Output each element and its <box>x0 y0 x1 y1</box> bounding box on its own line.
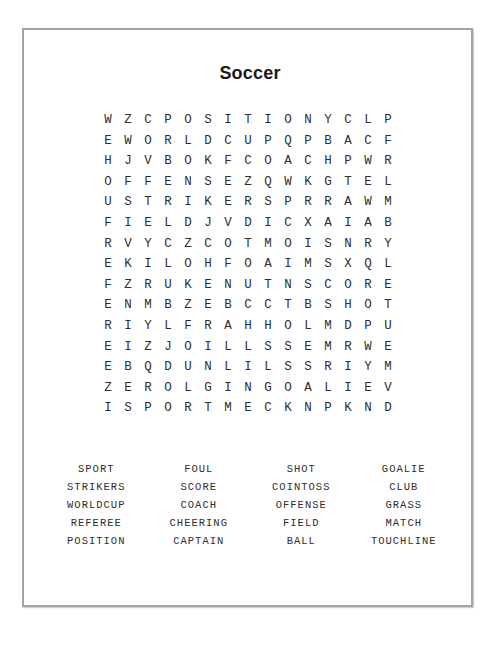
word-list-item: FIELD <box>250 514 353 532</box>
grid-cell: V <box>378 378 398 399</box>
grid-cell: W <box>98 110 118 131</box>
grid-cell: N <box>278 275 298 296</box>
grid-cell: A <box>338 131 358 152</box>
grid-cell: O <box>138 131 158 152</box>
grid-cell: Q <box>358 254 378 275</box>
grid-cell: K <box>198 151 218 172</box>
grid-cell: L <box>238 337 258 358</box>
grid-cell: P <box>378 110 398 131</box>
grid-cell: I <box>138 254 158 275</box>
grid-cell: D <box>198 131 218 152</box>
grid-cell: E <box>98 357 118 378</box>
grid-cell: C <box>278 213 298 234</box>
grid-cell: E <box>98 295 118 316</box>
grid-cell: I <box>178 192 198 213</box>
grid-cell: U <box>178 357 198 378</box>
grid-cell: O <box>178 151 198 172</box>
grid-cell: E <box>378 337 398 358</box>
word-list-item: SPORT <box>45 460 148 478</box>
grid-cell: W <box>118 131 138 152</box>
grid-cell: U <box>238 275 258 296</box>
grid-cell: Y <box>138 234 158 255</box>
grid-cell: B <box>118 357 138 378</box>
word-list-item: GRASS <box>353 496 456 514</box>
grid-cell: I <box>98 398 118 419</box>
grid-cell: K <box>198 192 218 213</box>
grid-cell: Z <box>238 172 258 193</box>
grid-cell: F <box>98 213 118 234</box>
grid-cell: H <box>238 316 258 337</box>
grid-cell: M <box>138 295 158 316</box>
grid-cell: A <box>318 213 338 234</box>
grid-cell: E <box>98 337 118 358</box>
word-list-item: REFEREE <box>45 514 148 532</box>
grid-cell: X <box>338 254 358 275</box>
grid-cell: D <box>178 213 198 234</box>
grid-cell: A <box>358 213 378 234</box>
grid-cell: M <box>318 337 338 358</box>
grid-cell: W <box>358 192 378 213</box>
grid-cell: M <box>218 398 238 419</box>
grid-cell: G <box>198 378 218 399</box>
word-list-item: POSITION <box>45 532 148 550</box>
word-list-item: OFFENSE <box>250 496 353 514</box>
grid-cell: R <box>98 234 118 255</box>
grid-cell: M <box>378 192 398 213</box>
grid-cell: O <box>278 110 298 131</box>
grid-cell: B <box>298 295 318 316</box>
grid-cell: K <box>178 275 198 296</box>
grid-cell: I <box>338 357 358 378</box>
word-list-item: COINTOSS <box>250 478 353 496</box>
grid-cell: S <box>298 275 318 296</box>
grid-cell: Q <box>138 357 158 378</box>
grid-cell: I <box>198 337 218 358</box>
grid-cell: P <box>338 151 358 172</box>
grid-cell: G <box>258 378 278 399</box>
grid-cell: S <box>318 295 338 316</box>
grid-cell: H <box>198 254 218 275</box>
grid-cell: M <box>298 254 318 275</box>
grid-cell: Z <box>178 295 198 316</box>
grid-cell: W <box>358 337 378 358</box>
grid-cell: O <box>338 275 358 296</box>
grid-cell: P <box>158 110 178 131</box>
grid-cell: S <box>258 337 278 358</box>
grid-cell: C <box>298 151 318 172</box>
grid-cell: O <box>158 398 178 419</box>
grid-cell: N <box>238 378 258 399</box>
grid-cell: S <box>118 192 138 213</box>
grid-cell: Y <box>318 110 338 131</box>
grid-cell: A <box>258 254 278 275</box>
grid-cell: O <box>238 254 258 275</box>
grid-cell: J <box>198 213 218 234</box>
grid-cell: C <box>198 234 218 255</box>
grid-cell: I <box>238 357 258 378</box>
grid-cell: R <box>138 378 158 399</box>
grid-cell: N <box>338 234 358 255</box>
grid-cell: T <box>198 398 218 419</box>
grid-cell: L <box>218 357 238 378</box>
grid-cell: Q <box>278 131 298 152</box>
grid-cell: M <box>318 316 338 337</box>
word-list-item: SHOT <box>250 460 353 478</box>
grid-cell: P <box>138 398 158 419</box>
grid-cell: X <box>298 213 318 234</box>
word-list-item: CLUB <box>353 478 456 496</box>
grid-cell: E <box>238 398 258 419</box>
grid-cell: N <box>118 295 138 316</box>
word-list-item: FOUL <box>148 460 251 478</box>
grid-cell: L <box>318 378 338 399</box>
word-list-item: WORLDCUP <box>45 496 148 514</box>
grid-cell: R <box>318 192 338 213</box>
grid-cell: E <box>358 172 378 193</box>
grid-cell: P <box>278 192 298 213</box>
grid-cell: U <box>378 316 398 337</box>
grid-cell: I <box>218 110 238 131</box>
grid-cell: F <box>218 151 238 172</box>
grid-cell: Q <box>258 172 278 193</box>
grid-cell: C <box>238 151 258 172</box>
grid-cell: S <box>118 398 138 419</box>
grid-cell: T <box>278 295 298 316</box>
word-list-item: SCORE <box>148 478 251 496</box>
grid-cell: I <box>258 110 278 131</box>
grid-cell: R <box>358 234 378 255</box>
grid-cell: B <box>218 295 238 316</box>
grid-cell: H <box>98 151 118 172</box>
grid-cell: W <box>358 151 378 172</box>
grid-cell: F <box>378 131 398 152</box>
grid-cell: I <box>298 234 318 255</box>
grid-cell: L <box>178 378 198 399</box>
grid-cell: N <box>298 398 318 419</box>
grid-cell: N <box>198 357 218 378</box>
grid-cell: F <box>98 275 118 296</box>
word-list: SPORTFOULSHOTGOALIESTRIKERSSCORECOINTOSS… <box>45 460 455 550</box>
grid-cell: L <box>178 131 198 152</box>
grid-cell: K <box>298 172 318 193</box>
grid-cell: P <box>318 398 338 419</box>
grid-cell: M <box>378 357 398 378</box>
grid-cell: U <box>158 275 178 296</box>
grid-cell: Y <box>358 357 378 378</box>
grid-cell: E <box>98 131 118 152</box>
grid-cell: B <box>158 151 178 172</box>
grid-cell: O <box>278 316 298 337</box>
grid-cell: O <box>178 254 198 275</box>
grid-cell: S <box>258 192 278 213</box>
grid-cell: C <box>318 275 338 296</box>
grid-cell: Y <box>378 234 398 255</box>
grid-cell: O <box>158 378 178 399</box>
grid-cell: Z <box>118 275 138 296</box>
grid-cell: H <box>318 151 338 172</box>
grid-cell: E <box>158 172 178 193</box>
grid-cell: P <box>298 131 318 152</box>
grid-cell: E <box>198 275 218 296</box>
grid-cell: E <box>98 254 118 275</box>
grid-cell: D <box>378 398 398 419</box>
grid-cell: K <box>118 254 138 275</box>
grid-cell: M <box>258 234 278 255</box>
grid-cell: Z <box>98 378 118 399</box>
grid-cell: T <box>238 110 258 131</box>
grid-cell: E <box>138 213 158 234</box>
grid-cell: L <box>378 172 398 193</box>
grid-cell: S <box>318 254 338 275</box>
puzzle-title: Soccer <box>0 63 500 84</box>
grid-cell: A <box>218 316 238 337</box>
grid-cell: A <box>278 151 298 172</box>
grid-cell: O <box>258 151 278 172</box>
grid-cell: B <box>378 213 398 234</box>
grid-cell: K <box>278 398 298 419</box>
word-list-item: COACH <box>148 496 251 514</box>
grid-cell: R <box>158 131 178 152</box>
grid-cell: D <box>338 316 358 337</box>
grid-cell: E <box>118 378 138 399</box>
grid-cell: I <box>278 254 298 275</box>
grid-cell: O <box>178 110 198 131</box>
grid-cell: T <box>338 172 358 193</box>
grid-cell: L <box>378 254 398 275</box>
grid-cell: E <box>218 192 238 213</box>
grid-cell: N <box>178 172 198 193</box>
grid-cell: P <box>258 131 278 152</box>
grid-cell: S <box>278 357 298 378</box>
grid-cell: V <box>138 151 158 172</box>
grid-cell: R <box>358 275 378 296</box>
grid-cell: C <box>138 110 158 131</box>
grid-cell: R <box>338 337 358 358</box>
grid-cell: O <box>278 234 298 255</box>
grid-cell: T <box>138 192 158 213</box>
grid-cell: L <box>158 213 178 234</box>
grid-cell: O <box>178 337 198 358</box>
grid-cell: R <box>298 192 318 213</box>
grid-cell: T <box>238 234 258 255</box>
grid-cell: R <box>138 275 158 296</box>
grid-cell: C <box>358 131 378 152</box>
grid-cell: T <box>258 275 278 296</box>
grid-cell: C <box>218 131 238 152</box>
grid-cell: Z <box>138 337 158 358</box>
grid-cell: U <box>98 192 118 213</box>
grid-cell: I <box>118 316 138 337</box>
grid-cell: E <box>198 295 218 316</box>
grid-cell: D <box>238 213 258 234</box>
word-list-item: BALL <box>250 532 353 550</box>
grid-cell: S <box>318 234 338 255</box>
grid-cell: F <box>218 254 238 275</box>
grid-cell: N <box>218 275 238 296</box>
grid-cell: O <box>98 172 118 193</box>
grid-cell: U <box>238 131 258 152</box>
grid-cell: I <box>218 378 238 399</box>
grid-cell: L <box>218 337 238 358</box>
grid-cell: L <box>258 357 278 378</box>
word-list-item: GOALIE <box>353 460 456 478</box>
grid-cell: R <box>158 192 178 213</box>
grid-cell: H <box>338 295 358 316</box>
grid-cell: R <box>198 316 218 337</box>
grid-cell: S <box>198 110 218 131</box>
grid-cell: V <box>218 213 238 234</box>
grid-cell: E <box>218 172 238 193</box>
grid-cell: J <box>158 337 178 358</box>
grid-cell: V <box>118 234 138 255</box>
grid-cell: E <box>298 337 318 358</box>
word-list-item: STRIKERS <box>45 478 148 496</box>
grid-cell: L <box>358 110 378 131</box>
grid-cell: I <box>338 213 358 234</box>
grid-cell: E <box>378 275 398 296</box>
grid-cell: C <box>158 234 178 255</box>
grid-cell: O <box>278 378 298 399</box>
grid-cell: D <box>158 357 178 378</box>
grid-cell: O <box>358 295 378 316</box>
grid-cell: W <box>278 172 298 193</box>
grid-cell: B <box>318 131 338 152</box>
grid-cell: A <box>298 378 318 399</box>
grid-cell: R <box>378 151 398 172</box>
grid-cell: B <box>158 295 178 316</box>
grid-cell: C <box>238 295 258 316</box>
grid-cell: C <box>258 295 278 316</box>
wordsearch-grid: WZCPOSITIONYCLPEWORLDCUPQPBACFHJVBOKFCOA… <box>98 110 398 419</box>
grid-cell: Y <box>138 316 158 337</box>
grid-cell: N <box>358 398 378 419</box>
grid-cell: J <box>118 151 138 172</box>
grid-cell: C <box>338 110 358 131</box>
grid-cell: R <box>238 192 258 213</box>
grid-cell: H <box>258 316 278 337</box>
grid-cell: R <box>178 398 198 419</box>
grid-cell: L <box>158 254 178 275</box>
grid-cell: I <box>118 337 138 358</box>
word-list-item: TOUCHLINE <box>353 532 456 550</box>
grid-cell: P <box>358 316 378 337</box>
grid-cell: G <box>318 172 338 193</box>
grid-cell: L <box>158 316 178 337</box>
word-list-item: CAPTAIN <box>148 532 251 550</box>
grid-cell: R <box>98 316 118 337</box>
word-list-item: MATCH <box>353 514 456 532</box>
grid-cell: N <box>298 110 318 131</box>
grid-cell: F <box>178 316 198 337</box>
grid-cell: T <box>378 295 398 316</box>
grid-cell: I <box>118 213 138 234</box>
grid-cell: A <box>338 192 358 213</box>
grid-cell: Z <box>178 234 198 255</box>
grid-cell: I <box>258 213 278 234</box>
grid-cell: S <box>298 357 318 378</box>
grid-cell: R <box>318 357 338 378</box>
grid-cell: F <box>118 172 138 193</box>
grid-cell: S <box>198 172 218 193</box>
grid-cell: L <box>298 316 318 337</box>
grid-cell: E <box>358 378 378 399</box>
grid-cell: S <box>278 337 298 358</box>
grid-cell: F <box>138 172 158 193</box>
grid-cell: K <box>338 398 358 419</box>
grid-cell: I <box>338 378 358 399</box>
grid-cell: C <box>258 398 278 419</box>
grid-cell: O <box>218 234 238 255</box>
word-list-item: CHEERING <box>148 514 251 532</box>
grid-cell: Z <box>118 110 138 131</box>
